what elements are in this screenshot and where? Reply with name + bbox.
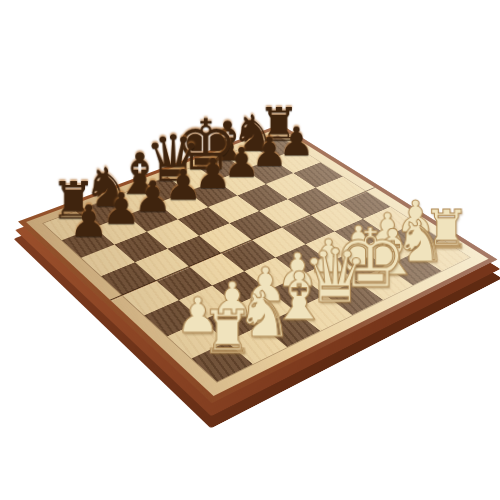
piece-white-rook[interactable]: ♜	[200, 304, 244, 361]
piece-black-pawn[interactable]: ♟	[69, 200, 107, 242]
chess-board: ♜♞♝♛♚♝♞♜♟♟♟♟♟♟♟♟♟♟♟♟♟♟♟♟♜♞♝♛♚♝♞♜	[43, 135, 469, 381]
chess-board-frame: ♜♞♝♛♚♝♞♜♟♟♟♟♟♟♟♟♟♟♟♟♟♟♟♟♜♞♝♛♚♝♞♜	[18, 124, 497, 403]
board-3d-wrapper: ♜♞♝♛♚♝♞♜♟♟♟♟♟♟♟♟♟♟♟♟♟♟♟♟♜♞♝♛♚♝♞♜	[18, 124, 497, 403]
board-border: ♜♞♝♛♚♝♞♜♟♟♟♟♟♟♟♟♟♟♟♟♟♟♟♟♜♞♝♛♚♝♞♜	[26, 128, 488, 396]
square-a1[interactable]: ♜	[192, 342, 253, 382]
scene: ♜♞♝♛♚♝♞♜♟♟♟♟♟♟♟♟♟♟♟♟♟♟♟♟♜♞♝♛♚♝♞♜	[0, 0, 500, 500]
chess-set-photo: ♜♞♝♛♚♝♞♜♟♟♟♟♟♟♟♟♟♟♟♟♟♟♟♟♜♞♝♛♚♝♞♜	[0, 0, 500, 500]
